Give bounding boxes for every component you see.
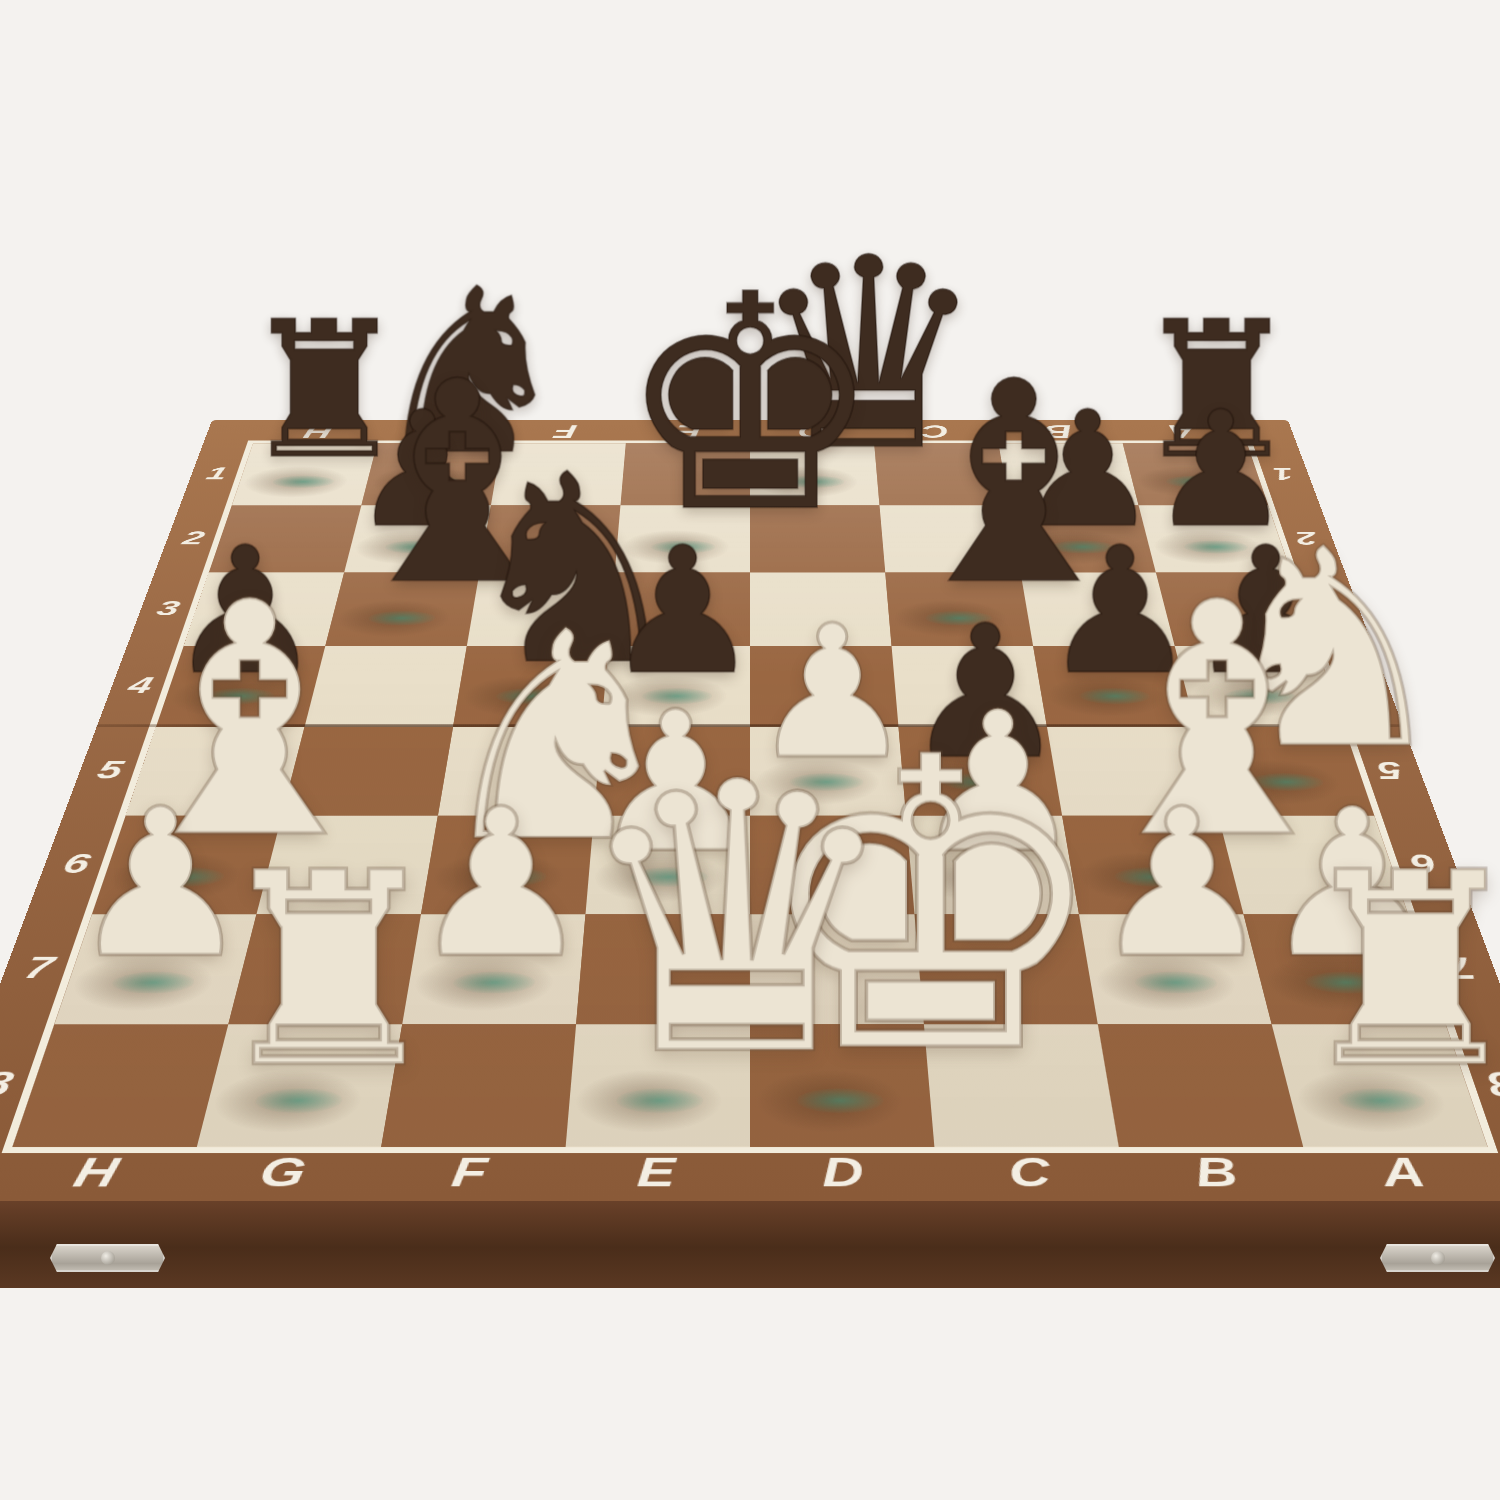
piece-white-rook-g8[interactable]: ♜ <box>209 844 389 1098</box>
chess-photo-stage: ♜♞♛♜♟♚♟♟♝♝♟♞♟♟♟♟♟♞♝♞♟♟♝♟♟♟♟♜♛♚♜ HHGGFFEE… <box>0 0 1500 1500</box>
chess-board: ♜♞♛♜♟♚♟♟♝♝♟♞♟♟♟♟♟♞♝♞♟♟♝♟♟♟♟♜♛♚♜ HHGGFFEE… <box>0 420 1500 1201</box>
file-label-near-a: A <box>1303 1146 1500 1198</box>
file-label-near-d: D <box>750 1146 939 1198</box>
file-label-near-b: B <box>1119 1146 1317 1198</box>
file-label-near-e: E <box>561 1146 750 1198</box>
file-label-near-c: C <box>934 1146 1127 1198</box>
piece-black-bishop-c3[interactable]: ♝ <box>889 352 1028 616</box>
file-label-near-f: F <box>372 1146 565 1198</box>
scale-wrapper: ♜♞♛♜♟♚♟♟♝♝♟♞♟♟♟♟♟♞♝♞♟♟♝♟♟♟♟♜♛♚♜ HHGGFFEE… <box>139 78 1362 1301</box>
piece-white-pawn-b7[interactable]: ♟ <box>1090 786 1260 980</box>
piece-white-queen-e8[interactable]: ♛ <box>570 744 750 1098</box>
file-label-near-g: G <box>184 1146 382 1198</box>
clasp-right-icon <box>1380 1244 1495 1272</box>
piece-white-rook-a8[interactable]: ♜ <box>1291 844 1471 1098</box>
file-label-near-h: H <box>0 1146 197 1198</box>
perspective-scene: ♜♞♛♜♟♚♟♟♝♝♟♞♟♟♟♟♟♞♝♞♟♟♝♟♟♟♟♜♛♚♜ HHGGFFEE… <box>139 78 1362 1301</box>
